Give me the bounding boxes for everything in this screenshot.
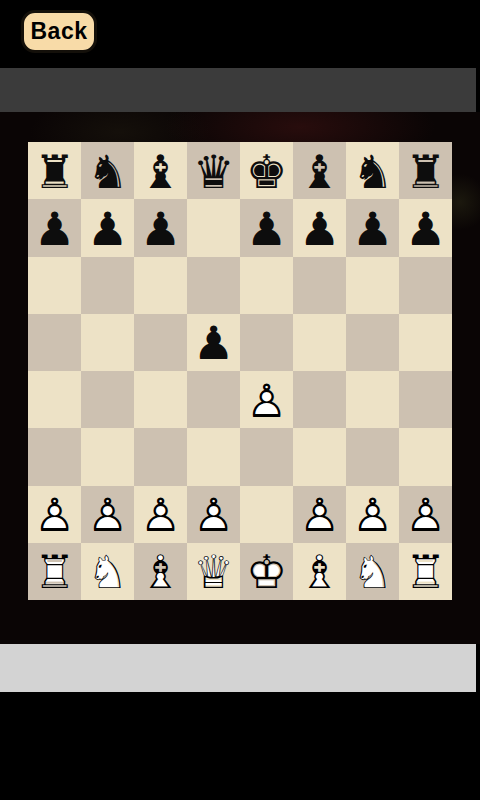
- square-d7[interactable]: [187, 199, 240, 256]
- square-c3[interactable]: [134, 428, 187, 485]
- square-g5[interactable]: [346, 314, 399, 371]
- square-a1[interactable]: ♜♖: [28, 543, 81, 600]
- square-d4[interactable]: [187, 371, 240, 428]
- square-f3[interactable]: [293, 428, 346, 485]
- piece-black-pawn[interactable]: ♟: [81, 199, 134, 256]
- piece-white-pawn[interactable]: ♟♙: [293, 486, 346, 543]
- square-h2[interactable]: ♟♙: [399, 486, 452, 543]
- piece-white-pawn[interactable]: ♟♙: [399, 486, 452, 543]
- back-button[interactable]: Back: [21, 10, 97, 53]
- square-d3[interactable]: [187, 428, 240, 485]
- square-c2[interactable]: ♟♙: [134, 486, 187, 543]
- square-g8[interactable]: ♞: [346, 142, 399, 199]
- square-g2[interactable]: ♟♙: [346, 486, 399, 543]
- square-f8[interactable]: ♝: [293, 142, 346, 199]
- square-b7[interactable]: ♟: [81, 199, 134, 256]
- piece-outline-glyph: ♗: [140, 549, 181, 595]
- piece-black-knight[interactable]: ♞: [81, 142, 134, 199]
- piece-outline-glyph: ♙: [34, 492, 75, 538]
- square-g1[interactable]: ♞♘: [346, 543, 399, 600]
- square-e2[interactable]: [240, 486, 293, 543]
- piece-outline-glyph: ♖: [34, 549, 75, 595]
- square-a7[interactable]: ♟: [28, 199, 81, 256]
- square-d2[interactable]: ♟♙: [187, 486, 240, 543]
- square-g3[interactable]: [346, 428, 399, 485]
- square-a6[interactable]: [28, 257, 81, 314]
- piece-outline-glyph: ♙: [405, 492, 446, 538]
- piece-black-pawn[interactable]: ♟: [28, 199, 81, 256]
- square-g6[interactable]: [346, 257, 399, 314]
- square-h3[interactable]: [399, 428, 452, 485]
- piece-white-king[interactable]: ♚♔: [240, 543, 293, 600]
- piece-black-rook[interactable]: ♜: [28, 142, 81, 199]
- piece-white-pawn[interactable]: ♟♙: [187, 486, 240, 543]
- piece-outline-glyph: ♗: [299, 549, 340, 595]
- piece-outline-glyph: ♔: [246, 549, 287, 595]
- piece-black-pawn[interactable]: ♟: [346, 199, 399, 256]
- square-a5[interactable]: [28, 314, 81, 371]
- piece-white-knight[interactable]: ♞♘: [81, 543, 134, 600]
- square-b3[interactable]: [81, 428, 134, 485]
- piece-outline-glyph: ♙: [352, 492, 393, 538]
- piece-outline-glyph: ♙: [193, 492, 234, 538]
- square-a2[interactable]: ♟♙: [28, 486, 81, 543]
- piece-white-pawn[interactable]: ♟♙: [134, 486, 187, 543]
- piece-white-knight[interactable]: ♞♘: [346, 543, 399, 600]
- piece-white-bishop[interactable]: ♝♗: [134, 543, 187, 600]
- piece-outline-glyph: ♘: [87, 549, 128, 595]
- square-d8[interactable]: ♛: [187, 142, 240, 199]
- piece-white-bishop[interactable]: ♝♗: [293, 543, 346, 600]
- square-h5[interactable]: [399, 314, 452, 371]
- square-d6[interactable]: [187, 257, 240, 314]
- piece-black-knight[interactable]: ♞: [346, 142, 399, 199]
- piece-white-pawn[interactable]: ♟♙: [240, 371, 293, 428]
- square-c6[interactable]: [134, 257, 187, 314]
- piece-outline-glyph: ♙: [140, 492, 181, 538]
- square-b4[interactable]: [81, 371, 134, 428]
- piece-black-king[interactable]: ♚: [240, 142, 293, 199]
- square-f4[interactable]: [293, 371, 346, 428]
- square-e6[interactable]: [240, 257, 293, 314]
- piece-black-bishop[interactable]: ♝: [134, 142, 187, 199]
- piece-white-pawn[interactable]: ♟♙: [346, 486, 399, 543]
- square-f2[interactable]: ♟♙: [293, 486, 346, 543]
- square-b1[interactable]: ♞♘: [81, 543, 134, 600]
- piece-white-queen[interactable]: ♛♕: [187, 543, 240, 600]
- square-b2[interactable]: ♟♙: [81, 486, 134, 543]
- bottom-status-bar: [0, 644, 476, 692]
- square-b8[interactable]: ♞: [81, 142, 134, 199]
- square-b5[interactable]: [81, 314, 134, 371]
- piece-black-pawn[interactable]: ♟: [293, 199, 346, 256]
- square-f6[interactable]: [293, 257, 346, 314]
- square-a8[interactable]: ♜: [28, 142, 81, 199]
- square-d5[interactable]: ♟: [187, 314, 240, 371]
- piece-black-pawn[interactable]: ♟: [187, 314, 240, 371]
- piece-outline-glyph: ♙: [299, 492, 340, 538]
- square-c1[interactable]: ♝♗: [134, 543, 187, 600]
- square-h7[interactable]: ♟: [399, 199, 452, 256]
- piece-outline-glyph: ♙: [87, 492, 128, 538]
- piece-black-rook[interactable]: ♜: [399, 142, 452, 199]
- piece-black-pawn[interactable]: ♟: [134, 199, 187, 256]
- piece-black-queen[interactable]: ♛: [187, 142, 240, 199]
- square-c8[interactable]: ♝: [134, 142, 187, 199]
- square-e4[interactable]: ♟♙: [240, 371, 293, 428]
- square-e8[interactable]: ♚: [240, 142, 293, 199]
- square-c4[interactable]: [134, 371, 187, 428]
- top-status-bar: [0, 68, 476, 112]
- square-c5[interactable]: [134, 314, 187, 371]
- piece-black-pawn[interactable]: ♟: [240, 199, 293, 256]
- chess-board: ♜♞♝♛♚♝♞♜♟♟♟♟♟♟♟♟♟♙♟♙♟♙♟♙♟♙♟♙♟♙♟♙♜♖♞♘♝♗♛♕…: [28, 142, 452, 600]
- square-b6[interactable]: [81, 257, 134, 314]
- square-e7[interactable]: ♟: [240, 199, 293, 256]
- square-g4[interactable]: [346, 371, 399, 428]
- square-f7[interactable]: ♟: [293, 199, 346, 256]
- square-e1[interactable]: ♚♔: [240, 543, 293, 600]
- piece-white-pawn[interactable]: ♟♙: [28, 486, 81, 543]
- square-h6[interactable]: [399, 257, 452, 314]
- square-g7[interactable]: ♟: [346, 199, 399, 256]
- piece-outline-glyph: ♕: [193, 549, 234, 595]
- square-e3[interactable]: [240, 428, 293, 485]
- square-a3[interactable]: [28, 428, 81, 485]
- square-h4[interactable]: [399, 371, 452, 428]
- piece-white-rook[interactable]: ♜♖: [28, 543, 81, 600]
- piece-white-pawn[interactable]: ♟♙: [81, 486, 134, 543]
- square-f1[interactable]: ♝♗: [293, 543, 346, 600]
- piece-white-rook[interactable]: ♜♖: [399, 543, 452, 600]
- square-h8[interactable]: ♜: [399, 142, 452, 199]
- square-a4[interactable]: [28, 371, 81, 428]
- square-f5[interactable]: [293, 314, 346, 371]
- square-d1[interactable]: ♛♕: [187, 543, 240, 600]
- square-c7[interactable]: ♟: [134, 199, 187, 256]
- piece-outline-glyph: ♘: [352, 549, 393, 595]
- app-screen: Back ♜♞♝♛♚♝♞♜♟♟♟♟♟♟♟♟♟♙♟♙♟♙♟♙♟♙♟♙♟♙♟♙♜♖♞…: [0, 0, 480, 800]
- square-e5[interactable]: [240, 314, 293, 371]
- square-h1[interactable]: ♜♖: [399, 543, 452, 600]
- piece-black-pawn[interactable]: ♟: [399, 199, 452, 256]
- piece-outline-glyph: ♙: [246, 378, 287, 424]
- piece-outline-glyph: ♖: [405, 549, 446, 595]
- piece-black-bishop[interactable]: ♝: [293, 142, 346, 199]
